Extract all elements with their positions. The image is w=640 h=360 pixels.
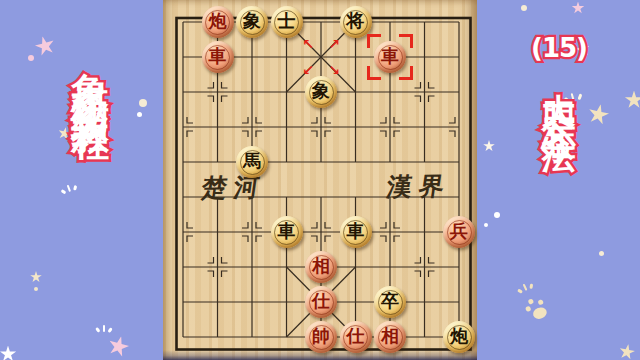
piece-character: 将	[347, 12, 365, 30]
piece-red-elephant[interactable]: 相	[374, 321, 406, 353]
piece-black-elephant[interactable]: 象	[236, 6, 268, 38]
river-label-han-jie: 漢界	[385, 169, 454, 203]
dot-decoration	[139, 99, 147, 107]
piece-character: 士	[278, 12, 296, 30]
piece-black-horse[interactable]: 馬	[236, 146, 268, 178]
piece-character: 炮	[209, 12, 227, 30]
piece-black-soldier[interactable]: 卒	[374, 286, 406, 318]
piece-black-general[interactable]: 将	[340, 6, 372, 38]
dot-decoration	[137, 112, 142, 117]
piece-character: 帥	[312, 327, 330, 345]
star-icon	[618, 343, 637, 360]
series-title: 象棋初级教程	[71, 42, 109, 108]
piece-character: 車	[381, 47, 399, 65]
dot-decoration	[521, 5, 527, 11]
star-icon	[625, 91, 640, 110]
star-icon	[483, 140, 495, 152]
piece-character: 車	[347, 222, 365, 240]
piece-character: 炮	[450, 327, 468, 345]
video-frame: { "game": "xiangqi", "titles": { "left":…	[0, 0, 640, 360]
piece-character: 車	[278, 222, 296, 240]
star-icon	[105, 333, 131, 359]
piece-red-advisor[interactable]: 仕	[305, 286, 337, 318]
piece-black-elephant[interactable]: 象	[305, 76, 337, 108]
episode-number-badge: (15)	[531, 33, 587, 63]
piece-character: 車	[209, 47, 227, 65]
star-icon	[56, 125, 71, 140]
star-icon	[586, 102, 611, 127]
dot-decoration	[599, 251, 604, 256]
sparkle-ticks-icon	[60, 178, 75, 193]
star-icon	[572, 2, 585, 15]
piece-black-advisor[interactable]: 士	[271, 6, 303, 38]
piece-red-cannon[interactable]: 炮	[202, 6, 234, 38]
piece-black-chariot[interactable]: 車	[271, 216, 303, 248]
piece-character: 仕	[347, 327, 365, 345]
piece-red-chariot[interactable]: 車	[374, 41, 406, 73]
star-icon	[0, 346, 17, 360]
sparkle-ticks-icon	[516, 277, 532, 293]
piece-red-advisor[interactable]: 仕	[340, 321, 372, 353]
piece-character: 象	[243, 12, 261, 30]
sparkle-ticks-icon	[98, 320, 110, 332]
piece-character: 兵	[450, 222, 468, 240]
piece-character: 相	[312, 257, 330, 275]
piece-red-chariot[interactable]: 車	[202, 41, 234, 73]
star-icon	[33, 34, 57, 58]
piece-character: 相	[381, 327, 399, 345]
piece-character: 卒	[381, 292, 399, 310]
star-icon	[30, 271, 42, 283]
piece-black-chariot[interactable]: 車	[340, 216, 372, 248]
piece-black-cannon[interactable]: 炮	[443, 321, 475, 353]
dot-decoration	[484, 223, 488, 227]
piece-character: 象	[312, 82, 330, 100]
piece-red-general[interactable]: 帥	[305, 321, 337, 353]
episode-title-block: (15) 大胆穿心杀法	[531, 33, 587, 120]
piece-red-soldier[interactable]: 兵	[443, 216, 475, 248]
piece-character: 馬	[243, 152, 261, 170]
paw-print-icon	[523, 293, 554, 324]
episode-title: 大胆穿心杀法	[542, 66, 576, 120]
dot-decoration	[28, 55, 34, 61]
dot-decoration	[494, 212, 500, 218]
piece-character: 仕	[312, 292, 330, 310]
piece-red-elephant[interactable]: 相	[305, 251, 337, 283]
dot-decoration	[34, 287, 38, 291]
